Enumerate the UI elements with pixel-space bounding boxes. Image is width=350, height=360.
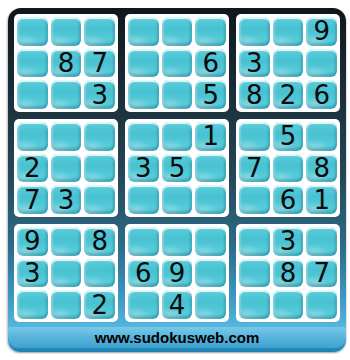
cell-r3c4[interactable] (128, 80, 159, 109)
cell-r6c9[interactable]: 1 (306, 185, 337, 214)
box-1: 873 (14, 14, 118, 112)
cell-r7c7[interactable] (239, 227, 270, 256)
box-7: 9832 (14, 224, 118, 322)
cell-r2c5[interactable] (162, 49, 193, 78)
cell-r3c3[interactable]: 3 (84, 80, 115, 109)
cell-r5c6[interactable] (195, 154, 226, 183)
cell-r4c4[interactable] (128, 122, 159, 151)
cell-r2c3[interactable]: 7 (84, 49, 115, 78)
cell-r5c2[interactable] (51, 154, 82, 183)
cell-r4c3[interactable] (84, 122, 115, 151)
cell-r8c3[interactable] (84, 259, 115, 288)
cell-r3c5[interactable] (162, 80, 193, 109)
cell-r7c6[interactable] (195, 227, 226, 256)
cell-r8c1[interactable]: 3 (17, 259, 48, 288)
cell-r9c7[interactable] (239, 290, 270, 319)
box-9: 387 (236, 224, 340, 322)
cell-r1c9[interactable]: 9 (306, 17, 337, 46)
cell-r7c1[interactable]: 9 (17, 227, 48, 256)
sudoku-grid: 8736593826273135578619832694387 (14, 14, 340, 322)
cell-r4c1[interactable] (17, 122, 48, 151)
cell-r9c2[interactable] (51, 290, 82, 319)
cell-r7c2[interactable] (51, 227, 82, 256)
cell-r9c3[interactable]: 2 (84, 290, 115, 319)
cell-r5c1[interactable]: 2 (17, 154, 48, 183)
cell-r8c5[interactable]: 9 (162, 259, 193, 288)
cell-r3c8[interactable]: 2 (273, 80, 304, 109)
cell-r5c3[interactable] (84, 154, 115, 183)
box-5: 135 (125, 119, 229, 217)
cell-r9c5[interactable]: 4 (162, 290, 193, 319)
cell-r7c9[interactable] (306, 227, 337, 256)
cell-r6c7[interactable] (239, 185, 270, 214)
cell-r6c5[interactable] (162, 185, 193, 214)
cell-r8c8[interactable]: 8 (273, 259, 304, 288)
cell-r6c1[interactable]: 7 (17, 185, 48, 214)
cell-r3c7[interactable]: 8 (239, 80, 270, 109)
cell-r5c8[interactable] (273, 154, 304, 183)
sudoku-board: 8736593826273135578619832694387 www.sudo… (8, 8, 346, 352)
cell-r2c8[interactable] (273, 49, 304, 78)
cell-r8c6[interactable] (195, 259, 226, 288)
cell-r8c7[interactable] (239, 259, 270, 288)
cell-r1c2[interactable] (51, 17, 82, 46)
box-4: 273 (14, 119, 118, 217)
cell-r9c6[interactable] (195, 290, 226, 319)
cell-r3c1[interactable] (17, 80, 48, 109)
cell-r9c8[interactable] (273, 290, 304, 319)
box-8: 694 (125, 224, 229, 322)
footer-band: www.sudokusweb.com (8, 327, 346, 348)
cell-r6c3[interactable] (84, 185, 115, 214)
cell-r5c9[interactable]: 8 (306, 154, 337, 183)
cell-r2c1[interactable] (17, 49, 48, 78)
cell-r4c7[interactable] (239, 122, 270, 151)
cell-r8c9[interactable]: 7 (306, 259, 337, 288)
cell-r1c3[interactable] (84, 17, 115, 46)
cell-r6c6[interactable] (195, 185, 226, 214)
cell-r1c7[interactable] (239, 17, 270, 46)
cell-r4c6[interactable]: 1 (195, 122, 226, 151)
cell-r2c4[interactable] (128, 49, 159, 78)
cell-r9c1[interactable] (17, 290, 48, 319)
cell-r7c3[interactable]: 8 (84, 227, 115, 256)
cell-r9c4[interactable] (128, 290, 159, 319)
cell-r4c2[interactable] (51, 122, 82, 151)
cell-r2c2[interactable]: 8 (51, 49, 82, 78)
cell-r4c8[interactable]: 5 (273, 122, 304, 151)
cell-r3c6[interactable]: 5 (195, 80, 226, 109)
cell-r2c6[interactable]: 6 (195, 49, 226, 78)
cell-r5c7[interactable]: 7 (239, 154, 270, 183)
cell-r1c5[interactable] (162, 17, 193, 46)
box-2: 65 (125, 14, 229, 112)
cell-r1c1[interactable] (17, 17, 48, 46)
cell-r6c4[interactable] (128, 185, 159, 214)
cell-r7c4[interactable] (128, 227, 159, 256)
box-6: 57861 (236, 119, 340, 217)
cell-r1c4[interactable] (128, 17, 159, 46)
cell-r6c8[interactable]: 6 (273, 185, 304, 214)
cell-r8c4[interactable]: 6 (128, 259, 159, 288)
cell-r6c2[interactable]: 3 (51, 185, 82, 214)
cell-r5c4[interactable]: 3 (128, 154, 159, 183)
cell-r3c2[interactable] (51, 80, 82, 109)
cell-r4c9[interactable] (306, 122, 337, 151)
cell-r4c5[interactable] (162, 122, 193, 151)
website-label: www.sudokusweb.com (95, 329, 259, 346)
cell-r2c9[interactable] (306, 49, 337, 78)
box-3: 93826 (236, 14, 340, 112)
cell-r8c2[interactable] (51, 259, 82, 288)
cell-r7c8[interactable]: 3 (273, 227, 304, 256)
cell-r7c5[interactable] (162, 227, 193, 256)
page: { "game": "sudoku", "position": "0000000… (0, 0, 350, 360)
cell-r3c9[interactable]: 6 (306, 80, 337, 109)
cell-r1c8[interactable] (273, 17, 304, 46)
cell-r1c6[interactable] (195, 17, 226, 46)
cell-r9c9[interactable] (306, 290, 337, 319)
cell-r5c5[interactable]: 5 (162, 154, 193, 183)
cell-r2c7[interactable]: 3 (239, 49, 270, 78)
